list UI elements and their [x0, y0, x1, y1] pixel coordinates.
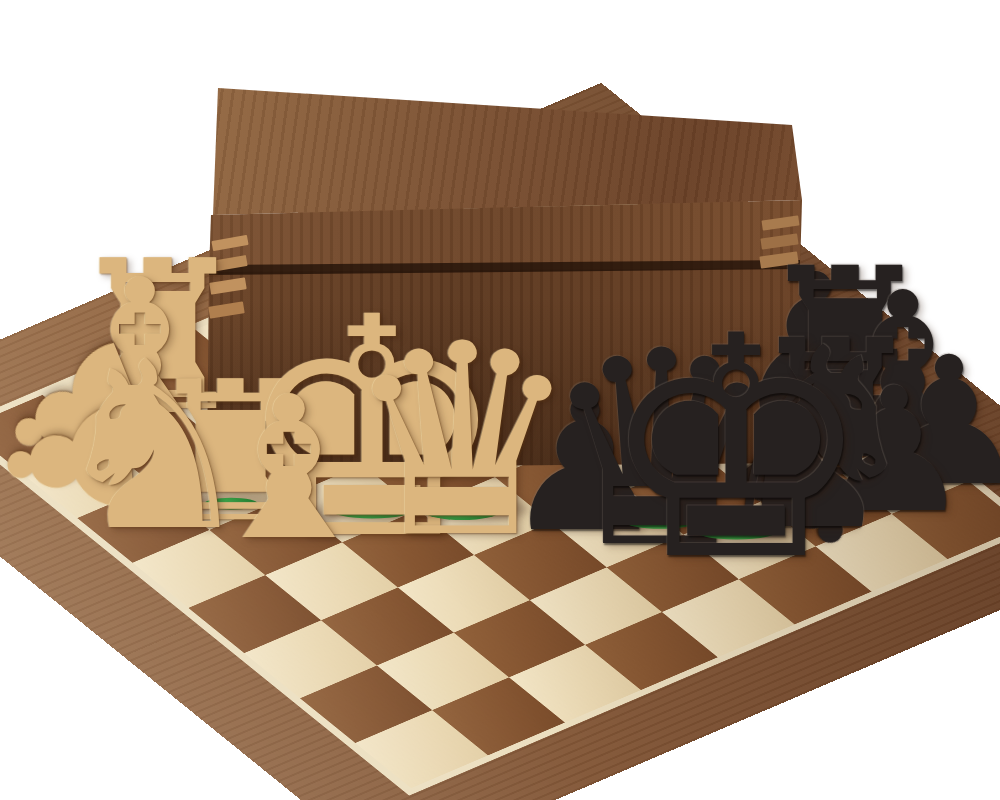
black-king: ♚	[599, 296, 873, 602]
chess-set-product-photo: ♜♝♟♜♝♟♟♜♟♟♞♜♞♚♛♟♝♛♚♟	[0, 0, 1000, 800]
white-bishop-front: ♝	[201, 370, 378, 567]
